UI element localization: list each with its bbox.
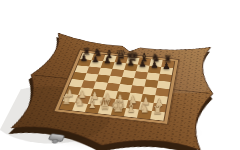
- pieces-layer: ♜♞♝♛♚♝♞♜♟♟♟♟♟♟♟♟♟♟♟♟♟♟♟♟♜♞♝♛♚♝♞♜: [0, 27, 220, 150]
- piece-black-pawn-h7[interactable]: ♟: [158, 58, 175, 74]
- piece-white-rook-h1[interactable]: ♜: [148, 102, 166, 119]
- scene-3d: ♜♞♝♛♚♝♞♜♟♟♟♟♟♟♟♟♟♟♟♟♟♟♟♟♜♞♝♛♚♝♞♜: [8, 0, 232, 150]
- chess-case: ♜♞♝♛♚♝♞♜♟♟♟♟♟♟♟♟♟♟♟♟♟♟♟♟♜♞♝♛♚♝♞♜: [0, 27, 220, 150]
- photo-scene: ♜♞♝♛♚♝♞♜♟♟♟♟♟♟♟♟♟♟♟♟♟♟♟♟♜♞♝♛♚♝♞♜: [0, 0, 240, 150]
